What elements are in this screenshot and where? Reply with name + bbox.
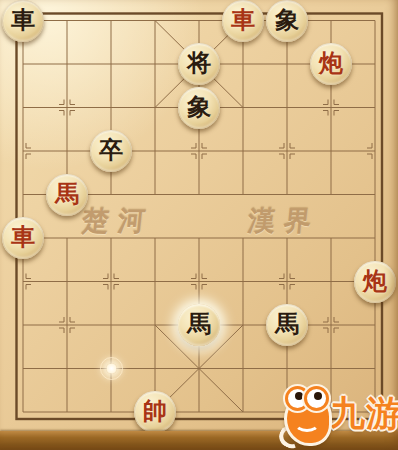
piece-char: 炮 (363, 269, 387, 293)
jiuyou-watermark: 九游 (278, 380, 396, 446)
red-general[interactable]: 帥 (134, 391, 176, 433)
last-move-origin-marker (106, 363, 117, 374)
black-general[interactable]: 将 (178, 43, 220, 85)
black-soldier[interactable]: 卒 (90, 130, 132, 172)
red-chariot[interactable]: 車 (222, 0, 264, 42)
xiangqi-app-screen: 楚河 漢界 車車象将炮象卒馬車炮馬馬帥 九游 (0, 0, 398, 450)
jiuyou-mascot-icon (278, 382, 330, 444)
red-chariot[interactable]: 車 (2, 217, 44, 259)
piece-char: 卒 (99, 138, 123, 162)
black-elephant[interactable]: 象 (178, 87, 220, 129)
river-label-right: 漢界 (246, 203, 322, 239)
piece-char: 象 (275, 8, 299, 32)
piece-char: 象 (187, 95, 211, 119)
piece-char: 馬 (55, 182, 79, 206)
piece-char: 車 (11, 225, 35, 249)
piece-char: 将 (187, 51, 211, 75)
piece-char: 車 (231, 8, 255, 32)
piece-char: 帥 (143, 399, 167, 423)
red-cannon[interactable]: 炮 (354, 261, 396, 303)
red-horse[interactable]: 馬 (46, 174, 88, 216)
river-label-left: 楚河 (80, 203, 156, 239)
black-horse[interactable]: 馬 (266, 304, 308, 346)
piece-char: 車 (11, 8, 35, 32)
black-horse[interactable]: 馬 (178, 304, 220, 346)
black-chariot[interactable]: 車 (2, 0, 44, 42)
piece-char: 炮 (319, 51, 343, 75)
black-elephant[interactable]: 象 (266, 0, 308, 42)
piece-char: 馬 (187, 312, 211, 336)
red-cannon[interactable]: 炮 (310, 43, 352, 85)
piece-char: 馬 (275, 312, 299, 336)
jiuyou-logo-text: 九游 (330, 390, 398, 437)
